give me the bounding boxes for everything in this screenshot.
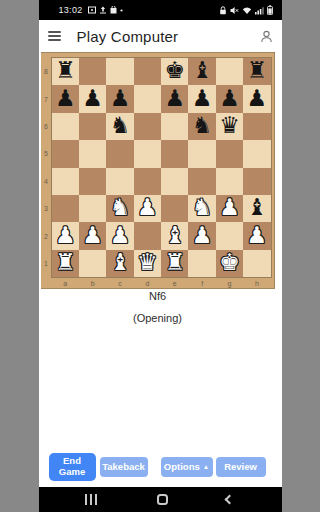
review-button[interactable]: Review <box>216 457 266 477</box>
page-title: Play Computer <box>77 28 179 45</box>
rank-label-5: 5 <box>41 140 52 167</box>
square-d4[interactable] <box>134 168 161 195</box>
rank-label-2: 2 <box>41 222 52 249</box>
piece-bn-c6[interactable]: ♞ <box>110 114 131 137</box>
wifi-icon <box>242 6 252 15</box>
package-icon <box>110 6 117 14</box>
piece-bp-g7[interactable]: ♟ <box>219 87 240 110</box>
piece-bp-f7[interactable]: ♟ <box>192 87 213 110</box>
square-c7[interactable]: ♟ <box>106 85 133 112</box>
takeback-button[interactable]: Takeback <box>100 457 148 477</box>
system-status-icons <box>219 5 273 15</box>
file-label-a: a <box>52 278 79 289</box>
piece-bq-g6[interactable]: ♛ <box>219 114 240 137</box>
square-b3[interactable] <box>79 195 106 222</box>
square-d7[interactable] <box>134 85 161 112</box>
dot-icon <box>120 9 123 12</box>
status-bar: 13:02 <box>39 0 282 20</box>
square-b2[interactable]: ♟ <box>79 222 106 249</box>
mute-icon <box>230 6 239 15</box>
piece-wk-g1[interactable]: ♚ <box>219 251 240 274</box>
square-e2[interactable]: ♝ <box>161 222 188 249</box>
rank-labels: 87654321 <box>41 58 52 277</box>
piece-wn-c3[interactable]: ♞ <box>110 196 131 219</box>
person-icon[interactable] <box>260 30 273 43</box>
board-squares: ♜♚♝♜♟♟♟♟♟♟♟♞♞♛♞♟♞♟♝♟♟♟♝♟♟♜♝♛♜♚ <box>52 58 271 277</box>
square-d1[interactable]: ♛ <box>134 250 161 277</box>
rank-label-8: 8 <box>41 58 52 85</box>
file-label-e: e <box>161 278 188 289</box>
square-h8[interactable]: ♜ <box>243 58 270 85</box>
piece-bp-b7[interactable]: ♟ <box>82 87 103 110</box>
square-a5[interactable] <box>52 140 79 167</box>
square-h4[interactable] <box>243 168 270 195</box>
file-labels: abcdefgh <box>52 278 271 289</box>
square-c2[interactable]: ♟ <box>106 222 133 249</box>
square-f4[interactable] <box>188 168 215 195</box>
square-f1[interactable] <box>188 250 215 277</box>
piece-bp-c7[interactable]: ♟ <box>110 87 131 110</box>
square-e6[interactable] <box>161 113 188 140</box>
piece-bk-e8[interactable]: ♚ <box>164 59 185 82</box>
square-b7[interactable]: ♟ <box>79 85 106 112</box>
clock-text: 13:02 <box>59 5 83 15</box>
square-a8[interactable]: ♜ <box>52 58 79 85</box>
piece-wp-d3[interactable]: ♟ <box>137 196 158 219</box>
piece-bp-e7[interactable]: ♟ <box>164 87 185 110</box>
square-c3[interactable]: ♞ <box>106 195 133 222</box>
square-a1[interactable]: ♜ <box>52 250 79 277</box>
square-d8[interactable] <box>134 58 161 85</box>
piece-wn-f3[interactable]: ♞ <box>192 196 213 219</box>
square-e7[interactable]: ♟ <box>161 85 188 112</box>
file-label-g: g <box>216 278 243 289</box>
square-a6[interactable] <box>52 113 79 140</box>
rank-label-4: 4 <box>41 168 52 195</box>
square-c1[interactable]: ♝ <box>106 250 133 277</box>
square-g5[interactable] <box>216 140 243 167</box>
piece-bb-h3[interactable]: ♝ <box>247 196 268 219</box>
square-a7[interactable]: ♟ <box>52 85 79 112</box>
piece-wr-e1[interactable]: ♜ <box>164 251 185 274</box>
square-c8[interactable] <box>106 58 133 85</box>
square-h1[interactable] <box>243 250 270 277</box>
file-label-h: h <box>243 278 270 289</box>
chess-board: 87654321 ♜♚♝♜♟♟♟♟♟♟♟♞♞♛♞♟♞♟♝♟♟♟♝♟♟♜♝♛♜♚ … <box>41 52 275 289</box>
screenshot-icon <box>88 6 96 14</box>
square-c5[interactable] <box>106 140 133 167</box>
square-f5[interactable] <box>188 140 215 167</box>
square-e1[interactable]: ♜ <box>161 250 188 277</box>
square-d2[interactable] <box>134 222 161 249</box>
square-d3[interactable]: ♟ <box>134 195 161 222</box>
rank-label-6: 6 <box>41 113 52 140</box>
square-e5[interactable] <box>161 140 188 167</box>
square-e3[interactable] <box>161 195 188 222</box>
square-h7[interactable]: ♟ <box>243 85 270 112</box>
square-g4[interactable] <box>216 168 243 195</box>
square-b8[interactable] <box>79 58 106 85</box>
last-move-text: Nf6 <box>41 290 275 302</box>
phone-screen: 13:02 <box>39 0 282 512</box>
piece-wp-a2[interactable]: ♟ <box>55 224 76 247</box>
piece-wp-f2[interactable]: ♟ <box>192 224 213 247</box>
piece-wr-a1[interactable]: ♜ <box>55 251 76 274</box>
file-label-d: d <box>134 278 161 289</box>
game-phase-text: (Opening) <box>41 312 275 324</box>
square-c6[interactable]: ♞ <box>106 113 133 140</box>
square-d6[interactable] <box>134 113 161 140</box>
piece-br-a8[interactable]: ♜ <box>55 59 76 82</box>
square-g1[interactable]: ♚ <box>216 250 243 277</box>
piece-wp-h2[interactable]: ♟ <box>247 224 268 247</box>
square-a3[interactable] <box>52 195 79 222</box>
chevron-up-icon: ▲ <box>203 463 209 470</box>
piece-br-h8[interactable]: ♜ <box>247 59 268 82</box>
piece-bn-f6[interactable]: ♞ <box>192 114 213 137</box>
square-f2[interactable]: ♟ <box>188 222 215 249</box>
rank-label-7: 7 <box>41 85 52 112</box>
end-game-button[interactable]: End Game <box>49 453 96 481</box>
square-h3[interactable]: ♝ <box>243 195 270 222</box>
square-g2[interactable] <box>216 222 243 249</box>
battery-icon <box>267 5 273 15</box>
square-g7[interactable]: ♟ <box>216 85 243 112</box>
hamburger-menu-icon[interactable] <box>48 31 61 41</box>
square-e8[interactable]: ♚ <box>161 58 188 85</box>
square-a2[interactable]: ♟ <box>52 222 79 249</box>
piece-bp-a7[interactable]: ♟ <box>55 87 76 110</box>
piece-wb-e2[interactable]: ♝ <box>164 224 185 247</box>
square-e4[interactable] <box>161 168 188 195</box>
square-f8[interactable]: ♝ <box>188 58 215 85</box>
android-nav-bar <box>39 487 282 512</box>
upload-icon <box>99 6 107 14</box>
square-b6[interactable] <box>79 113 106 140</box>
app-bar: Play Computer <box>39 20 282 52</box>
piece-wp-c2[interactable]: ♟ <box>110 224 131 247</box>
square-h6[interactable] <box>243 113 270 140</box>
square-c4[interactable] <box>106 168 133 195</box>
square-b5[interactable] <box>79 140 106 167</box>
rank-label-3: 3 <box>41 195 52 222</box>
piece-wp-g3[interactable]: ♟ <box>219 196 240 219</box>
options-button-label: Options <box>164 462 200 473</box>
square-g6[interactable]: ♛ <box>216 113 243 140</box>
signal-icon <box>255 6 264 15</box>
file-label-b: b <box>79 278 106 289</box>
notification-icons <box>88 6 123 14</box>
file-label-f: f <box>188 278 215 289</box>
piece-bb-f8[interactable]: ♝ <box>192 59 213 82</box>
square-f7[interactable]: ♟ <box>188 85 215 112</box>
square-a4[interactable] <box>52 168 79 195</box>
piece-wp-b2[interactable]: ♟ <box>82 224 103 247</box>
recents-icon[interactable] <box>85 494 97 505</box>
square-b1[interactable] <box>79 250 106 277</box>
square-f6[interactable]: ♞ <box>188 113 215 140</box>
square-g3[interactable]: ♟ <box>216 195 243 222</box>
square-h5[interactable] <box>243 140 270 167</box>
piece-wq-d1[interactable]: ♛ <box>137 251 158 274</box>
square-d5[interactable] <box>134 140 161 167</box>
square-h2[interactable]: ♟ <box>243 222 270 249</box>
home-icon[interactable] <box>157 494 168 505</box>
rank-label-1: 1 <box>41 250 52 277</box>
piece-wb-c1[interactable]: ♝ <box>110 251 131 274</box>
square-b4[interactable] <box>79 168 106 195</box>
square-f3[interactable]: ♞ <box>188 195 215 222</box>
file-label-c: c <box>106 278 133 289</box>
options-button[interactable]: Options ▲ <box>161 457 213 477</box>
piece-bp-h7[interactable]: ♟ <box>247 87 268 110</box>
lock-icon <box>219 6 227 15</box>
back-icon[interactable] <box>224 495 234 505</box>
square-g8[interactable] <box>216 58 243 85</box>
